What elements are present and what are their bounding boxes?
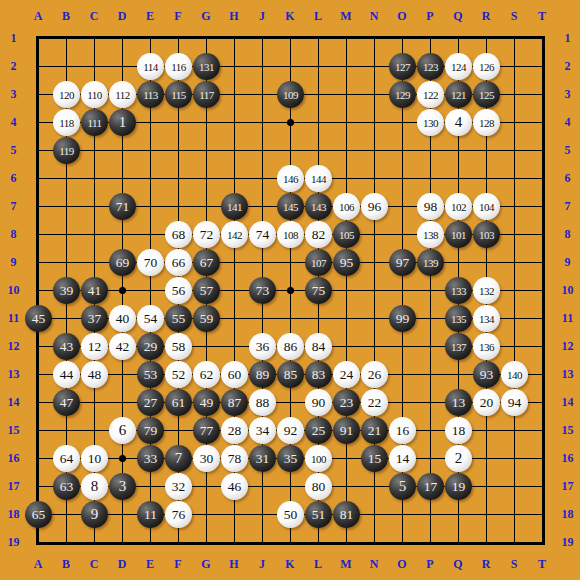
column-label-bottom: H xyxy=(224,557,244,571)
stone-move-number: 47 xyxy=(60,395,74,411)
stone-move-number: 43 xyxy=(60,339,74,355)
stone-move-number: 68 xyxy=(172,227,186,243)
row-label-left: 16 xyxy=(0,451,27,465)
stone-L18: 51 xyxy=(305,501,332,528)
stone-G10: 57 xyxy=(193,277,220,304)
row-label-left: 10 xyxy=(0,283,27,297)
stone-move-number: 60 xyxy=(228,367,242,383)
stone-move-number: 94 xyxy=(508,395,522,411)
stone-move-number: 52 xyxy=(172,367,186,383)
stone-move-number: 62 xyxy=(200,367,214,383)
row-label-right: 6 xyxy=(554,171,580,185)
stone-move-number: 9 xyxy=(91,506,99,523)
row-label-right: 16 xyxy=(554,451,580,465)
stone-S13: 140 xyxy=(501,361,528,388)
stone-move-number: 70 xyxy=(144,255,158,271)
stone-move-number: 4 xyxy=(455,114,463,131)
stone-move-number: 65 xyxy=(32,507,46,523)
stone-S14: 94 xyxy=(501,389,528,416)
stone-P8: 138 xyxy=(417,221,444,248)
stone-F17: 32 xyxy=(165,473,192,500)
stone-move-number: 8 xyxy=(91,478,99,495)
stone-R2: 126 xyxy=(473,53,500,80)
row-label-left: 7 xyxy=(0,199,27,213)
stone-move-number: 26 xyxy=(368,367,382,383)
stone-move-number: 3 xyxy=(119,478,127,495)
stone-move-number: 53 xyxy=(144,367,158,383)
stone-move-number: 108 xyxy=(283,229,298,241)
stone-H7: 141 xyxy=(221,193,248,220)
stone-G15: 77 xyxy=(193,417,220,444)
stone-move-number: 75 xyxy=(312,283,326,299)
row-label-right: 9 xyxy=(554,255,580,269)
stone-move-number: 28 xyxy=(228,423,242,439)
row-label-right: 11 xyxy=(554,311,580,325)
column-label-bottom: G xyxy=(196,557,216,571)
column-label-top: M xyxy=(336,9,356,23)
stone-P9: 139 xyxy=(417,249,444,276)
stone-C10: 41 xyxy=(81,277,108,304)
stone-move-number: 17 xyxy=(424,479,438,495)
column-label-bottom: S xyxy=(504,557,524,571)
stone-G11: 59 xyxy=(193,305,220,332)
stone-move-number: 51 xyxy=(312,507,326,523)
stone-move-number: 105 xyxy=(339,229,354,241)
stone-B14: 47 xyxy=(53,389,80,416)
stone-move-number: 66 xyxy=(172,255,186,271)
stone-move-number: 114 xyxy=(143,61,158,73)
stone-G16: 30 xyxy=(193,445,220,472)
stone-R12: 136 xyxy=(473,333,500,360)
stone-E16: 33 xyxy=(137,445,164,472)
stone-move-number: 72 xyxy=(200,227,214,243)
stone-move-number: 48 xyxy=(88,367,102,383)
stone-move-number: 133 xyxy=(451,285,466,297)
star-point-D16 xyxy=(119,455,126,462)
row-label-left: 6 xyxy=(0,171,27,185)
stone-move-number: 91 xyxy=(340,423,354,439)
stone-H13: 60 xyxy=(221,361,248,388)
stone-move-number: 107 xyxy=(311,257,326,269)
stone-E13: 53 xyxy=(137,361,164,388)
stone-K6: 146 xyxy=(277,165,304,192)
column-label-bottom: N xyxy=(364,557,384,571)
stone-F16: 7 xyxy=(165,445,192,472)
stone-D12: 42 xyxy=(109,333,136,360)
column-label-bottom: K xyxy=(280,557,300,571)
row-label-right: 2 xyxy=(554,59,580,73)
stone-C17: 8 xyxy=(81,473,108,500)
column-label-top: R xyxy=(476,9,496,23)
stone-N13: 26 xyxy=(361,361,388,388)
stone-move-number: 10 xyxy=(88,451,102,467)
row-label-right: 19 xyxy=(554,535,580,549)
stone-move-number: 123 xyxy=(423,61,438,73)
row-label-left: 15 xyxy=(0,423,27,437)
stone-move-number: 14 xyxy=(396,451,410,467)
column-label-bottom: C xyxy=(84,557,104,571)
stone-move-number: 36 xyxy=(256,339,270,355)
stone-move-number: 41 xyxy=(88,283,102,299)
stone-move-number: 58 xyxy=(172,339,186,355)
column-label-top: Q xyxy=(448,9,468,23)
stone-O11: 99 xyxy=(389,305,416,332)
stone-B16: 64 xyxy=(53,445,80,472)
stone-move-number: 138 xyxy=(423,229,438,241)
stone-move-number: 16 xyxy=(396,423,410,439)
stone-J12: 36 xyxy=(249,333,276,360)
column-label-bottom: F xyxy=(168,557,188,571)
row-label-left: 5 xyxy=(0,143,27,157)
column-label-bottom: B xyxy=(56,557,76,571)
stone-Q10: 133 xyxy=(445,277,472,304)
stone-move-number: 125 xyxy=(479,89,494,101)
stone-R13: 93 xyxy=(473,361,500,388)
stone-E12: 29 xyxy=(137,333,164,360)
row-label-right: 7 xyxy=(554,199,580,213)
row-label-left: 2 xyxy=(0,59,27,73)
stone-H8: 142 xyxy=(221,221,248,248)
stone-R3: 125 xyxy=(473,81,500,108)
stone-move-number: 57 xyxy=(200,283,214,299)
column-label-top: F xyxy=(168,9,188,23)
column-label-bottom: M xyxy=(336,557,356,571)
stone-move-number: 144 xyxy=(311,173,326,185)
column-label-top: J xyxy=(252,9,272,23)
stone-Q12: 137 xyxy=(445,333,472,360)
stone-move-number: 73 xyxy=(256,283,270,299)
stone-G14: 49 xyxy=(193,389,220,416)
stone-B13: 44 xyxy=(53,361,80,388)
stone-move-number: 2 xyxy=(455,450,463,467)
row-label-right: 5 xyxy=(554,143,580,157)
star-point-K10 xyxy=(287,287,294,294)
stone-move-number: 39 xyxy=(60,283,74,299)
stone-move-number: 115 xyxy=(171,89,186,101)
stone-move-number: 117 xyxy=(199,89,214,101)
stone-C4: 111 xyxy=(81,109,108,136)
stone-G9: 67 xyxy=(193,249,220,276)
stone-move-number: 82 xyxy=(312,227,326,243)
stone-move-number: 87 xyxy=(228,395,242,411)
stone-O15: 16 xyxy=(389,417,416,444)
stone-move-number: 45 xyxy=(32,311,46,327)
stone-N7: 96 xyxy=(361,193,388,220)
stone-E9: 70 xyxy=(137,249,164,276)
column-label-top: E xyxy=(140,9,160,23)
stone-move-number: 61 xyxy=(172,395,186,411)
stone-H17: 46 xyxy=(221,473,248,500)
stone-B5: 119 xyxy=(53,137,80,164)
stone-move-number: 11 xyxy=(144,507,157,523)
stone-J15: 34 xyxy=(249,417,276,444)
stone-move-number: 98 xyxy=(424,199,438,215)
row-label-right: 17 xyxy=(554,479,580,493)
stone-N16: 15 xyxy=(361,445,388,472)
stone-move-number: 67 xyxy=(200,255,214,271)
stone-L6: 144 xyxy=(305,165,332,192)
stone-L9: 107 xyxy=(305,249,332,276)
stone-move-number: 140 xyxy=(507,369,522,381)
stone-E2: 114 xyxy=(137,53,164,80)
column-label-bottom: Q xyxy=(448,557,468,571)
stone-A11: 45 xyxy=(25,305,52,332)
stone-C18: 9 xyxy=(81,501,108,528)
stone-move-number: 5 xyxy=(399,478,407,495)
stone-move-number: 32 xyxy=(172,479,186,495)
stone-move-number: 141 xyxy=(227,201,242,213)
stone-P4: 130 xyxy=(417,109,444,136)
row-label-right: 14 xyxy=(554,395,580,409)
stone-move-number: 113 xyxy=(143,89,158,101)
stone-K13: 85 xyxy=(277,361,304,388)
stone-R7: 104 xyxy=(473,193,500,220)
stone-C12: 12 xyxy=(81,333,108,360)
stone-move-number: 12 xyxy=(88,339,102,355)
stone-J14: 88 xyxy=(249,389,276,416)
stone-G13: 62 xyxy=(193,361,220,388)
stone-K18: 50 xyxy=(277,501,304,528)
row-label-left: 11 xyxy=(0,311,27,325)
stone-move-number: 35 xyxy=(284,451,298,467)
stone-O2: 127 xyxy=(389,53,416,80)
star-point-K4 xyxy=(287,119,294,126)
stone-E18: 11 xyxy=(137,501,164,528)
stone-J16: 31 xyxy=(249,445,276,472)
stone-K15: 92 xyxy=(277,417,304,444)
stone-move-number: 71 xyxy=(116,199,130,215)
star-point-D10 xyxy=(119,287,126,294)
stone-move-number: 104 xyxy=(479,201,494,213)
stone-move-number: 63 xyxy=(60,479,74,495)
stone-move-number: 92 xyxy=(284,423,298,439)
stone-R10: 132 xyxy=(473,277,500,304)
stone-M14: 23 xyxy=(333,389,360,416)
stone-move-number: 29 xyxy=(144,339,158,355)
stone-D3: 112 xyxy=(109,81,136,108)
stone-move-number: 119 xyxy=(59,145,74,157)
stone-Q4: 4 xyxy=(445,109,472,136)
stone-move-number: 130 xyxy=(423,117,438,129)
stone-N15: 21 xyxy=(361,417,388,444)
stone-D4: 1 xyxy=(109,109,136,136)
column-label-top: N xyxy=(364,9,384,23)
stone-move-number: 78 xyxy=(228,451,242,467)
stone-O16: 14 xyxy=(389,445,416,472)
stone-J13: 89 xyxy=(249,361,276,388)
stone-move-number: 142 xyxy=(227,229,242,241)
stone-L17: 80 xyxy=(305,473,332,500)
stone-H14: 87 xyxy=(221,389,248,416)
stone-move-number: 77 xyxy=(200,423,214,439)
stone-move-number: 22 xyxy=(368,395,382,411)
stone-move-number: 102 xyxy=(451,201,466,213)
stone-move-number: 110 xyxy=(87,89,102,101)
stone-B12: 43 xyxy=(53,333,80,360)
row-label-right: 1 xyxy=(554,31,580,45)
row-label-right: 13 xyxy=(554,367,580,381)
stone-G2: 131 xyxy=(193,53,220,80)
stone-F10: 56 xyxy=(165,277,192,304)
stone-D9: 69 xyxy=(109,249,136,276)
stone-C11: 37 xyxy=(81,305,108,332)
stone-L10: 75 xyxy=(305,277,332,304)
stone-move-number: 103 xyxy=(479,229,494,241)
stone-move-number: 21 xyxy=(368,423,382,439)
stone-move-number: 124 xyxy=(451,61,466,73)
stone-M15: 91 xyxy=(333,417,360,444)
stone-F18: 76 xyxy=(165,501,192,528)
stone-Q7: 102 xyxy=(445,193,472,220)
column-label-top: S xyxy=(504,9,524,23)
stone-F12: 58 xyxy=(165,333,192,360)
stone-move-number: 55 xyxy=(172,311,186,327)
stone-move-number: 76 xyxy=(172,507,186,523)
stone-move-number: 120 xyxy=(59,89,74,101)
stone-N14: 22 xyxy=(361,389,388,416)
stone-M18: 81 xyxy=(333,501,360,528)
stone-move-number: 145 xyxy=(283,201,298,213)
stone-Q16: 2 xyxy=(445,445,472,472)
stone-move-number: 59 xyxy=(200,311,214,327)
row-label-left: 12 xyxy=(0,339,27,353)
stone-E11: 54 xyxy=(137,305,164,332)
stone-move-number: 27 xyxy=(144,395,158,411)
column-label-bottom: A xyxy=(28,557,48,571)
row-label-left: 13 xyxy=(0,367,27,381)
stone-F9: 66 xyxy=(165,249,192,276)
row-label-right: 8 xyxy=(554,227,580,241)
stone-P7: 98 xyxy=(417,193,444,220)
row-label-left: 9 xyxy=(0,255,27,269)
stone-move-number: 86 xyxy=(284,339,298,355)
stone-M13: 24 xyxy=(333,361,360,388)
stone-move-number: 69 xyxy=(116,255,130,271)
stone-move-number: 134 xyxy=(479,313,494,325)
stone-move-number: 121 xyxy=(451,89,466,101)
column-label-bottom: O xyxy=(392,557,412,571)
stone-D15: 6 xyxy=(109,417,136,444)
stone-Q8: 101 xyxy=(445,221,472,248)
stone-move-number: 23 xyxy=(340,395,354,411)
stone-move-number: 56 xyxy=(172,283,186,299)
stone-M9: 95 xyxy=(333,249,360,276)
column-label-bottom: P xyxy=(420,557,440,571)
stone-C3: 110 xyxy=(81,81,108,108)
stone-G8: 72 xyxy=(193,221,220,248)
stone-move-number: 106 xyxy=(339,201,354,213)
row-label-right: 12 xyxy=(554,339,580,353)
stone-K7: 145 xyxy=(277,193,304,220)
column-label-top: H xyxy=(224,9,244,23)
stone-E3: 113 xyxy=(137,81,164,108)
stone-M8: 105 xyxy=(333,221,360,248)
stone-move-number: 122 xyxy=(423,89,438,101)
stone-move-number: 111 xyxy=(87,117,101,129)
stone-P3: 122 xyxy=(417,81,444,108)
stone-P17: 17 xyxy=(417,473,444,500)
stone-move-number: 137 xyxy=(451,341,466,353)
stone-L13: 83 xyxy=(305,361,332,388)
row-label-right: 4 xyxy=(554,115,580,129)
stone-move-number: 1 xyxy=(119,114,127,131)
column-label-bottom: R xyxy=(476,557,496,571)
stone-H16: 78 xyxy=(221,445,248,472)
stone-move-number: 136 xyxy=(479,341,494,353)
stone-move-number: 31 xyxy=(256,451,270,467)
stone-move-number: 20 xyxy=(480,395,494,411)
stone-move-number: 15 xyxy=(368,451,382,467)
stone-move-number: 54 xyxy=(144,311,158,327)
row-label-left: 14 xyxy=(0,395,27,409)
stone-move-number: 112 xyxy=(115,89,130,101)
stone-K8: 108 xyxy=(277,221,304,248)
stone-move-number: 127 xyxy=(395,61,410,73)
stone-move-number: 143 xyxy=(311,201,326,213)
column-label-bottom: D xyxy=(112,557,132,571)
stone-move-number: 46 xyxy=(228,479,242,495)
column-label-bottom: E xyxy=(140,557,160,571)
stone-K16: 35 xyxy=(277,445,304,472)
row-label-left: 17 xyxy=(0,479,27,493)
stone-move-number: 34 xyxy=(256,423,270,439)
stone-move-number: 100 xyxy=(311,453,326,465)
stone-E15: 79 xyxy=(137,417,164,444)
row-label-left: 1 xyxy=(0,31,27,45)
stone-move-number: 40 xyxy=(116,311,130,327)
column-label-top: A xyxy=(28,9,48,23)
stone-D7: 71 xyxy=(109,193,136,220)
stone-move-number: 93 xyxy=(480,367,494,383)
stone-G3: 117 xyxy=(193,81,220,108)
stone-move-number: 95 xyxy=(340,255,354,271)
column-label-top: C xyxy=(84,9,104,23)
stone-move-number: 126 xyxy=(479,61,494,73)
column-label-bottom: J xyxy=(252,557,272,571)
stone-D11: 40 xyxy=(109,305,136,332)
stone-move-number: 7 xyxy=(175,450,183,467)
go-board-diagram: AABBCCDDEEFFGGHHJJKKLLMMNNOOPPQQRRSSTT11… xyxy=(0,0,580,580)
stone-move-number: 97 xyxy=(396,255,410,271)
column-label-top: B xyxy=(56,9,76,23)
stone-move-number: 85 xyxy=(284,367,298,383)
column-label-top: O xyxy=(392,9,412,23)
stone-Q2: 124 xyxy=(445,53,472,80)
row-label-right: 15 xyxy=(554,423,580,437)
stone-move-number: 24 xyxy=(340,367,354,383)
stone-move-number: 81 xyxy=(340,507,354,523)
stone-move-number: 132 xyxy=(479,285,494,297)
stone-move-number: 90 xyxy=(312,395,326,411)
stone-R11: 134 xyxy=(473,305,500,332)
row-label-right: 10 xyxy=(554,283,580,297)
stone-O9: 97 xyxy=(389,249,416,276)
stone-P2: 123 xyxy=(417,53,444,80)
stone-move-number: 49 xyxy=(200,395,214,411)
stone-move-number: 135 xyxy=(451,313,466,325)
stone-F13: 52 xyxy=(165,361,192,388)
stone-F2: 116 xyxy=(165,53,192,80)
column-label-top: K xyxy=(280,9,300,23)
stone-O17: 5 xyxy=(389,473,416,500)
row-label-left: 3 xyxy=(0,87,27,101)
stone-Q17: 19 xyxy=(445,473,472,500)
stone-Q14: 13 xyxy=(445,389,472,416)
stone-Q11: 135 xyxy=(445,305,472,332)
stone-F3: 115 xyxy=(165,81,192,108)
stone-move-number: 30 xyxy=(200,451,214,467)
stone-C16: 10 xyxy=(81,445,108,472)
